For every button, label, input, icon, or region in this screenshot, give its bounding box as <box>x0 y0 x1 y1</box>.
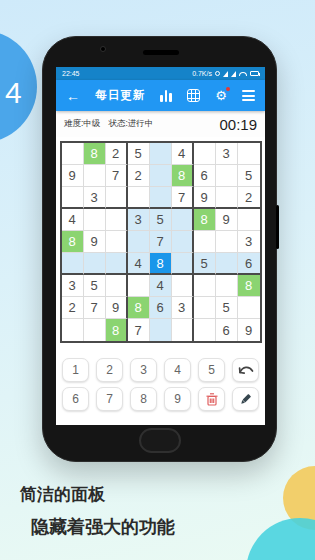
sudoku-cell[interactable]: 9 <box>84 231 106 253</box>
back-icon[interactable]: ← <box>66 89 80 103</box>
sudoku-cell[interactable]: 8 <box>172 165 194 187</box>
sudoku-cell[interactable] <box>194 297 216 319</box>
status-time: 22:45 <box>62 70 80 77</box>
sudoku-cell[interactable]: 7 <box>150 231 172 253</box>
slide-page: 4 22:45 0.7K/s ← 每日更新 <box>0 0 315 560</box>
sudoku-cell[interactable]: 8 <box>84 143 106 165</box>
trash-button[interactable] <box>198 387 225 411</box>
sudoku-cell[interactable]: 8 <box>128 297 150 319</box>
app-screen: 22:45 0.7K/s ← 每日更新 ⚙ <box>56 67 265 425</box>
net-speed: 0.7K/s <box>192 70 212 77</box>
sudoku-cell[interactable]: 5 <box>128 143 150 165</box>
sudoku-cell[interactable]: 8 <box>238 275 260 297</box>
sudoku-cell[interactable]: 2 <box>106 143 128 165</box>
alarm-icon <box>215 71 220 76</box>
menu-icon[interactable] <box>242 88 255 103</box>
sudoku-cell[interactable]: 9 <box>62 165 84 187</box>
sudoku-cell[interactable] <box>194 231 216 253</box>
sudoku-cell[interactable] <box>106 231 128 253</box>
numpad-button-3[interactable]: 3 <box>130 358 157 382</box>
sudoku-cell[interactable]: 3 <box>216 143 238 165</box>
sudoku-cell[interactable]: 7 <box>84 297 106 319</box>
slide-number: 4 <box>5 76 22 110</box>
sudoku-cell[interactable]: 9 <box>106 297 128 319</box>
settings-icon[interactable]: ⚙ <box>215 89 227 102</box>
sudoku-cell[interactable] <box>84 209 106 231</box>
status-label: 状态:进行中 <box>108 118 153 130</box>
status-bar: 22:45 0.7K/s <box>56 67 265 80</box>
sudoku-cell[interactable] <box>62 187 84 209</box>
settings-badge <box>226 87 230 91</box>
sudoku-cell[interactable] <box>194 319 216 341</box>
sudoku-cell[interactable] <box>150 165 172 187</box>
number-pad-row-1: 12345 <box>62 358 259 382</box>
status-icons: 0.7K/s <box>192 70 259 77</box>
sudoku-cell[interactable]: 9 <box>194 187 216 209</box>
sudoku-cell[interactable] <box>106 275 128 297</box>
undo-button[interactable] <box>232 358 259 382</box>
sudoku-cell[interactable]: 3 <box>238 231 260 253</box>
sudoku-cell[interactable]: 4 <box>128 253 150 275</box>
sudoku-cell[interactable]: 3 <box>62 275 84 297</box>
sudoku-cell[interactable] <box>216 253 238 275</box>
sudoku-cell[interactable]: 2 <box>238 187 260 209</box>
sudoku-cell[interactable]: 8 <box>150 253 172 275</box>
sudoku-cell[interactable]: 5 <box>216 297 238 319</box>
signal-icon <box>231 71 236 77</box>
front-camera-icon <box>100 46 106 52</box>
pencil-icon <box>239 393 252 406</box>
sudoku-cell[interactable] <box>106 253 128 275</box>
sudoku-cell[interactable]: 7 <box>128 319 150 341</box>
number-pad-row-2: 6789 <box>62 387 259 411</box>
game-timer: 00:19 <box>219 116 257 133</box>
sudoku-cell[interactable] <box>150 319 172 341</box>
info-row: 难度:中级 状态:进行中 00:19 <box>56 111 265 137</box>
board-icon[interactable] <box>187 89 200 102</box>
signal-icon <box>223 71 228 77</box>
numpad-button-5[interactable]: 5 <box>198 358 225 382</box>
sudoku-cell[interactable] <box>62 143 84 165</box>
sudoku-cell[interactable]: 5 <box>194 253 216 275</box>
sudoku-cell[interactable] <box>172 319 194 341</box>
pencil-button[interactable] <box>232 387 259 411</box>
undo-icon <box>238 364 254 376</box>
sudoku-cell[interactable]: 5 <box>150 209 172 231</box>
sudoku-cell[interactable]: 4 <box>150 275 172 297</box>
sudoku-cell[interactable] <box>238 297 260 319</box>
numpad-button-7[interactable]: 7 <box>96 387 123 411</box>
home-button[interactable] <box>139 428 181 453</box>
sudoku-cell[interactable]: 6 <box>150 297 172 319</box>
page-title: 每日更新 <box>95 88 145 103</box>
sudoku-cell[interactable] <box>216 231 238 253</box>
caption-line-2: 隐藏着强大的功能 <box>31 515 175 539</box>
numpad-button-6[interactable]: 6 <box>62 387 89 411</box>
sudoku-cell[interactable] <box>128 187 150 209</box>
numpad-button-9[interactable]: 9 <box>164 387 191 411</box>
app-bar: ← 每日更新 ⚙ <box>56 80 265 111</box>
sudoku-cell[interactable]: 7 <box>172 187 194 209</box>
sudoku-cell[interactable]: 3 <box>128 209 150 231</box>
sudoku-cell[interactable] <box>84 253 106 275</box>
sudoku-cell[interactable]: 3 <box>172 297 194 319</box>
sudoku-cell[interactable]: 4 <box>172 143 194 165</box>
earpiece <box>143 50 179 55</box>
difficulty-label: 难度:中级 <box>64 118 100 130</box>
sudoku-cell[interactable] <box>84 165 106 187</box>
sudoku-cell[interactable]: 2 <box>62 297 84 319</box>
sudoku-cell[interactable]: 6 <box>238 253 260 275</box>
sudoku-cell[interactable] <box>194 143 216 165</box>
sudoku-cell[interactable] <box>84 319 106 341</box>
sudoku-cell[interactable] <box>62 319 84 341</box>
power-button <box>276 205 279 249</box>
numpad-button-4[interactable]: 4 <box>164 358 191 382</box>
numpad-button-2[interactable]: 2 <box>96 358 123 382</box>
sudoku-cell[interactable]: 2 <box>128 165 150 187</box>
trash-icon <box>206 393 218 406</box>
sudoku-board: 8254397286537924358989734856354827986358… <box>60 141 262 343</box>
sudoku-cell[interactable]: 5 <box>238 165 260 187</box>
sudoku-cell[interactable] <box>172 209 194 231</box>
numpad-button-8[interactable]: 8 <box>130 387 157 411</box>
sudoku-cell[interactable] <box>216 165 238 187</box>
sudoku-cell[interactable] <box>172 231 194 253</box>
sudoku-cell[interactable]: 4 <box>62 209 84 231</box>
sudoku-cell[interactable] <box>150 143 172 165</box>
sudoku-cell[interactable] <box>216 275 238 297</box>
sudoku-cell[interactable] <box>128 275 150 297</box>
sudoku-cell[interactable] <box>106 187 128 209</box>
battery-icon <box>250 71 259 76</box>
sudoku-cell[interactable] <box>62 253 84 275</box>
sudoku-cell[interactable] <box>216 187 238 209</box>
number-pad: 12345 6789 <box>56 358 265 411</box>
sudoku-cell[interactable]: 7 <box>106 165 128 187</box>
sudoku-cell[interactable]: 5 <box>84 275 106 297</box>
phone-mockup: 22:45 0.7K/s ← 每日更新 ⚙ <box>42 36 277 462</box>
sudoku-cell[interactable] <box>238 143 260 165</box>
wifi-icon <box>239 72 247 76</box>
sudoku-cell[interactable]: 8 <box>106 319 128 341</box>
sudoku-cell[interactable] <box>106 209 128 231</box>
caption-line-1: 简洁的面板 <box>20 483 105 506</box>
numpad-button-1[interactable]: 1 <box>62 358 89 382</box>
sudoku-cell[interactable] <box>150 187 172 209</box>
sudoku-cell[interactable]: 6 <box>216 319 238 341</box>
sudoku-cell[interactable] <box>238 209 260 231</box>
sudoku-cell[interactable]: 9 <box>238 319 260 341</box>
sudoku-cell[interactable]: 3 <box>84 187 106 209</box>
stats-icon[interactable] <box>160 90 172 102</box>
sudoku-cell[interactable]: 8 <box>62 231 84 253</box>
sudoku-cell[interactable] <box>172 275 194 297</box>
decor-circle-teal <box>246 518 315 560</box>
sudoku-cell[interactable]: 8 <box>194 209 216 231</box>
sudoku-cell[interactable] <box>172 253 194 275</box>
sudoku-cell[interactable] <box>194 275 216 297</box>
sudoku-cell[interactable]: 9 <box>216 209 238 231</box>
sudoku-cell[interactable] <box>128 231 150 253</box>
sudoku-cell[interactable]: 6 <box>194 165 216 187</box>
